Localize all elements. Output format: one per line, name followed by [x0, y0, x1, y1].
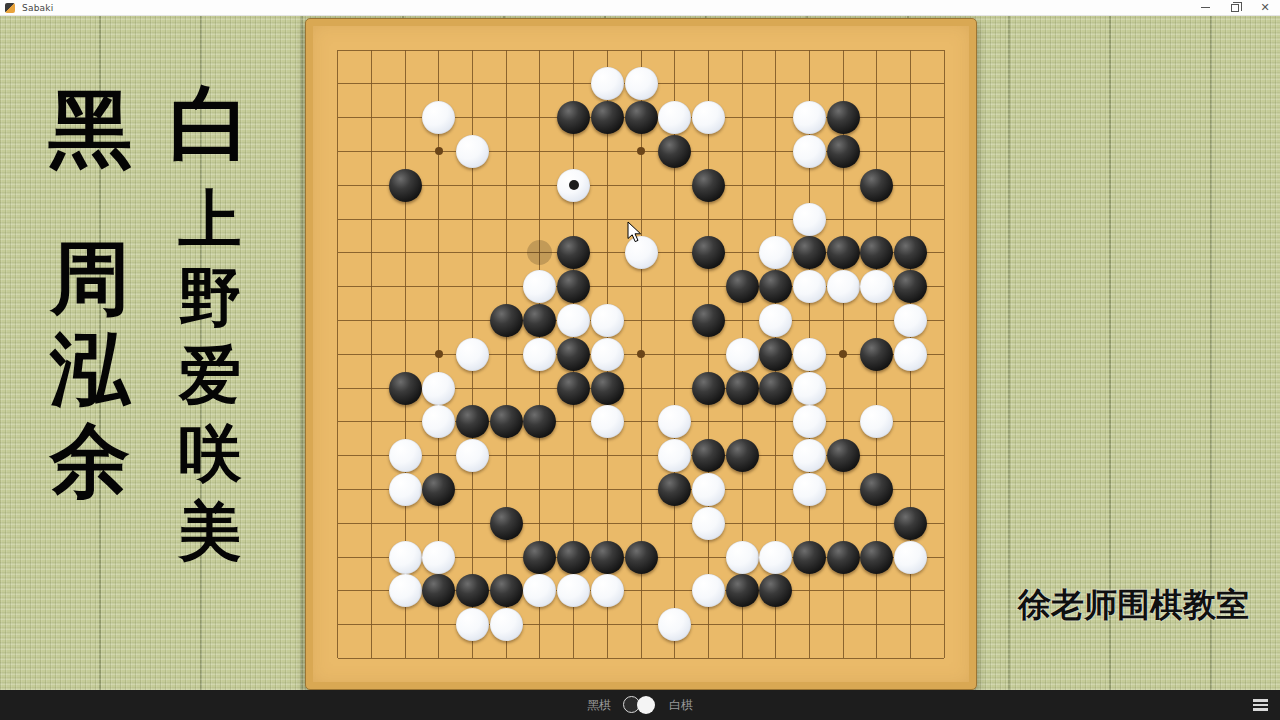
white-stone: [793, 473, 826, 506]
white-stone: [793, 270, 826, 303]
white-stone: [490, 608, 523, 641]
white-stone: [557, 169, 590, 202]
grid-line-horizontal: [338, 523, 945, 524]
player-name-char: 周: [50, 238, 130, 320]
sabaki-app-icon: [5, 3, 15, 13]
player-name-char: 野: [179, 266, 242, 330]
white-stone: [658, 608, 691, 641]
white-stone: [793, 439, 826, 472]
black-stone: [490, 405, 523, 438]
grid-line-horizontal: [338, 658, 945, 659]
go-board[interactable]: [305, 18, 977, 690]
black-stone: [557, 236, 590, 269]
star-point: [839, 350, 847, 358]
mouse-cursor: [627, 221, 643, 247]
black-stone: [827, 135, 860, 168]
black-stone: [658, 135, 691, 168]
white-stone: [456, 135, 489, 168]
black-stone: [490, 507, 523, 540]
white-stone: [692, 473, 725, 506]
black-stone: [793, 541, 826, 574]
white-player-column: 白 上野爱咲美: [162, 82, 258, 578]
white-stone: [860, 270, 893, 303]
star-point: [637, 147, 645, 155]
white-stone: [658, 405, 691, 438]
white-stone: [557, 574, 590, 607]
star-point: [435, 350, 443, 358]
last-move-marker: [569, 180, 579, 190]
close-icon: ✕: [1260, 3, 1269, 13]
white-stone-icon: [637, 696, 655, 714]
white-stone: [759, 541, 792, 574]
black-stone: [827, 541, 860, 574]
black-stone: [759, 338, 792, 371]
black-player-name: 周泓余: [50, 238, 130, 511]
black-stone: [523, 405, 556, 438]
black-stone: [726, 574, 759, 607]
white-stone: [389, 439, 422, 472]
black-stone: [456, 574, 489, 607]
black-stone: [422, 473, 455, 506]
white-stone: [793, 135, 826, 168]
white-stone: [625, 67, 658, 100]
player-name-char: 美: [179, 500, 242, 564]
black-stone: [894, 507, 927, 540]
black-stone: [692, 236, 725, 269]
player-name-char: 泓: [50, 329, 130, 411]
white-stone: [422, 541, 455, 574]
menu-button[interactable]: [1253, 690, 1268, 720]
player-name-char: 上: [179, 188, 242, 252]
player-name-char: 爱: [179, 344, 242, 408]
white-stone: [591, 67, 624, 100]
black-stone: [692, 169, 725, 202]
white-stone: [894, 304, 927, 337]
black-stone: [827, 101, 860, 134]
black-stone: [793, 236, 826, 269]
white-label: 白: [169, 82, 251, 166]
black-stone: [557, 270, 590, 303]
window-titlebar: Sabaki ✕: [0, 0, 1280, 16]
minimize-icon: [1201, 7, 1210, 8]
black-stone: [557, 338, 590, 371]
white-stone: [422, 372, 455, 405]
black-stone: [827, 236, 860, 269]
black-stone: [523, 541, 556, 574]
minimize-button[interactable]: [1190, 0, 1220, 15]
black-stone: [658, 473, 691, 506]
white-stone: [793, 372, 826, 405]
white-stone: [389, 574, 422, 607]
black-stone: [726, 439, 759, 472]
window-title: Sabaki: [22, 3, 53, 13]
white-stone: [860, 405, 893, 438]
black-stone: [591, 541, 624, 574]
white-stone: [422, 101, 455, 134]
black-stone: [759, 270, 792, 303]
black-stone: [726, 372, 759, 405]
white-stone: [793, 338, 826, 371]
white-stone: [456, 439, 489, 472]
white-stone: [726, 541, 759, 574]
black-stone: [490, 304, 523, 337]
black-stone: [759, 574, 792, 607]
white-stone: [557, 304, 590, 337]
black-stone: [557, 372, 590, 405]
white-stone: [456, 608, 489, 641]
grid-line-vertical: [708, 50, 709, 658]
white-stone: [827, 270, 860, 303]
black-stone: [422, 574, 455, 607]
black-stone: [860, 236, 893, 269]
white-stone: [422, 405, 455, 438]
restore-icon: [1231, 4, 1239, 12]
white-stone: [793, 101, 826, 134]
grid-line-horizontal: [338, 624, 945, 625]
bottom-bar: 黑棋 白棋: [0, 690, 1280, 720]
white-stone: [591, 405, 624, 438]
white-stone: [456, 338, 489, 371]
black-stone: [557, 101, 590, 134]
turn-toggle[interactable]: [623, 696, 657, 714]
black-stone: [389, 169, 422, 202]
white-stone: [389, 541, 422, 574]
white-stone: [894, 338, 927, 371]
black-stone: [389, 372, 422, 405]
player-name-char: 咲: [179, 422, 242, 486]
black-stone: [827, 439, 860, 472]
white-turn-label: 白棋: [669, 697, 693, 714]
white-stone: [759, 236, 792, 269]
black-turn-label: 黑棋: [587, 697, 611, 714]
black-stone: [692, 372, 725, 405]
hamburger-icon: [1253, 699, 1268, 711]
white-stone: [591, 304, 624, 337]
close-button[interactable]: ✕: [1250, 0, 1280, 15]
window-controls: ✕: [1190, 0, 1280, 15]
black-stone: [894, 236, 927, 269]
white-stone: [692, 507, 725, 540]
black-stone: [860, 169, 893, 202]
white-stone: [591, 574, 624, 607]
white-stone: [591, 338, 624, 371]
white-stone: [793, 405, 826, 438]
black-stone: [591, 101, 624, 134]
black-stone: [860, 338, 893, 371]
white-stone: [894, 541, 927, 574]
white-stone: [793, 203, 826, 236]
white-stone: [523, 574, 556, 607]
black-stone: [692, 439, 725, 472]
black-stone: [860, 541, 893, 574]
white-stone: [523, 338, 556, 371]
white-stone: [692, 101, 725, 134]
black-stone: [692, 304, 725, 337]
black-stone: [860, 473, 893, 506]
black-stone: [759, 372, 792, 405]
black-stone: [894, 270, 927, 303]
black-stone: [625, 541, 658, 574]
black-stone: [591, 372, 624, 405]
white-player-name: 上野爱咲美: [179, 188, 242, 578]
player-name-char: 余: [50, 420, 130, 502]
white-stone: [389, 473, 422, 506]
star-point: [435, 147, 443, 155]
white-stone: [759, 304, 792, 337]
white-stone: [523, 270, 556, 303]
black-stone: [456, 405, 489, 438]
white-stone: [658, 101, 691, 134]
black-label: 黑: [48, 86, 132, 172]
black-player-column: 黑 周泓余: [38, 86, 142, 511]
black-stone: [523, 304, 556, 337]
watermark-text: 徐老师围棋教室: [1018, 583, 1248, 628]
grid-line-vertical: [944, 50, 945, 658]
black-stone: [490, 574, 523, 607]
star-point: [637, 350, 645, 358]
ghost-stone: [527, 240, 552, 265]
black-stone: [557, 541, 590, 574]
black-stone: [625, 101, 658, 134]
maximize-restore-button[interactable]: [1220, 0, 1250, 15]
white-stone: [726, 338, 759, 371]
black-stone: [726, 270, 759, 303]
white-stone: [692, 574, 725, 607]
white-stone: [658, 439, 691, 472]
